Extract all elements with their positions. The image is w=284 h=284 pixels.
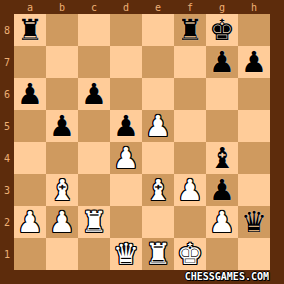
piece-black-pawn[interactable]: ♟	[14, 77, 46, 110]
square-d7[interactable]	[110, 46, 142, 78]
rank-label-2: 2	[0, 206, 14, 238]
square-h2[interactable]: ♛	[238, 206, 270, 238]
piece-white-rook[interactable]: ♜	[78, 205, 110, 238]
piece-black-pawn[interactable]: ♟	[238, 45, 270, 78]
file-labels: abcdefgh	[14, 0, 270, 14]
square-c3[interactable]	[78, 174, 110, 206]
square-g4[interactable]: ♝	[206, 142, 238, 174]
square-a5[interactable]	[14, 110, 46, 142]
piece-white-pawn[interactable]: ♟	[174, 173, 206, 206]
piece-white-queen[interactable]: ♛	[110, 237, 142, 270]
file-label-h: h	[238, 0, 270, 15]
square-c8[interactable]	[78, 14, 110, 46]
square-f1[interactable]: ♚	[174, 238, 206, 270]
piece-white-pawn[interactable]: ♟	[14, 205, 46, 238]
square-b7[interactable]	[46, 46, 78, 78]
rank-label-7: 7	[0, 46, 14, 78]
square-h6[interactable]	[238, 78, 270, 110]
square-d8[interactable]	[110, 14, 142, 46]
piece-white-king[interactable]: ♚	[174, 237, 206, 270]
piece-white-pawn[interactable]: ♟	[46, 205, 78, 238]
square-h5[interactable]	[238, 110, 270, 142]
piece-black-pawn[interactable]: ♟	[110, 109, 142, 142]
square-c1[interactable]	[78, 238, 110, 270]
square-c7[interactable]	[78, 46, 110, 78]
square-b2[interactable]: ♟	[46, 206, 78, 238]
piece-white-rook[interactable]: ♜	[142, 237, 174, 270]
piece-white-bishop[interactable]: ♝	[142, 173, 174, 206]
rank-label-8: 8	[0, 14, 14, 46]
square-d4[interactable]: ♟	[110, 142, 142, 174]
square-a3[interactable]	[14, 174, 46, 206]
square-f7[interactable]	[174, 46, 206, 78]
piece-black-pawn[interactable]: ♟	[78, 77, 110, 110]
square-a2[interactable]: ♟	[14, 206, 46, 238]
square-a7[interactable]	[14, 46, 46, 78]
square-g2[interactable]: ♟	[206, 206, 238, 238]
file-label-c: c	[78, 0, 110, 15]
square-e1[interactable]: ♜	[142, 238, 174, 270]
rank-label-6: 6	[0, 78, 14, 110]
square-f8[interactable]: ♜	[174, 14, 206, 46]
square-c2[interactable]: ♜	[78, 206, 110, 238]
square-g6[interactable]	[206, 78, 238, 110]
chess-board-diagram: abcdefgh 87654321 ♜♜♚♟♟♟♟♟♟♟♟♝♝♝♟♟♟♟♜♟♛♛…	[0, 0, 284, 284]
square-a8[interactable]: ♜	[14, 14, 46, 46]
square-f2[interactable]	[174, 206, 206, 238]
piece-black-rook[interactable]: ♜	[14, 13, 46, 46]
square-f6[interactable]	[174, 78, 206, 110]
square-b3[interactable]: ♝	[46, 174, 78, 206]
rank-label-4: 4	[0, 142, 14, 174]
square-b5[interactable]: ♟	[46, 110, 78, 142]
piece-white-bishop[interactable]: ♝	[46, 173, 78, 206]
square-b8[interactable]	[46, 14, 78, 46]
piece-black-pawn[interactable]: ♟	[206, 173, 238, 206]
square-a4[interactable]	[14, 142, 46, 174]
chess-board: ♜♜♚♟♟♟♟♟♟♟♟♝♝♝♟♟♟♟♜♟♛♛♜♚	[14, 14, 270, 270]
square-d2[interactable]	[110, 206, 142, 238]
square-d1[interactable]: ♛	[110, 238, 142, 270]
piece-white-pawn[interactable]: ♟	[206, 205, 238, 238]
file-label-d: d	[110, 0, 142, 15]
square-d3[interactable]	[110, 174, 142, 206]
square-h3[interactable]	[238, 174, 270, 206]
square-e7[interactable]	[142, 46, 174, 78]
rank-label-5: 5	[0, 110, 14, 142]
square-e5[interactable]: ♟	[142, 110, 174, 142]
square-c5[interactable]	[78, 110, 110, 142]
square-g7[interactable]: ♟	[206, 46, 238, 78]
square-f5[interactable]	[174, 110, 206, 142]
square-e8[interactable]	[142, 14, 174, 46]
square-g5[interactable]	[206, 110, 238, 142]
square-d5[interactable]: ♟	[110, 110, 142, 142]
chessgames-watermark: CHESSGAMES.COM	[185, 270, 269, 284]
square-h4[interactable]	[238, 142, 270, 174]
square-e4[interactable]	[142, 142, 174, 174]
piece-black-pawn[interactable]: ♟	[206, 45, 238, 78]
square-g1[interactable]	[206, 238, 238, 270]
square-e3[interactable]: ♝	[142, 174, 174, 206]
rank-label-3: 3	[0, 174, 14, 206]
piece-black-rook[interactable]: ♜	[174, 13, 206, 46]
piece-black-pawn[interactable]: ♟	[46, 109, 78, 142]
piece-black-king[interactable]: ♚	[206, 13, 238, 46]
square-f4[interactable]	[174, 142, 206, 174]
piece-black-queen[interactable]: ♛	[238, 205, 270, 238]
piece-white-pawn[interactable]: ♟	[142, 109, 174, 142]
piece-black-bishop[interactable]: ♝	[206, 141, 238, 174]
file-label-e: e	[142, 0, 174, 15]
square-h1[interactable]	[238, 238, 270, 270]
square-c6[interactable]: ♟	[78, 78, 110, 110]
rank-label-1: 1	[0, 238, 14, 270]
square-d6[interactable]	[110, 78, 142, 110]
square-c4[interactable]	[78, 142, 110, 174]
square-h7[interactable]: ♟	[238, 46, 270, 78]
square-g3[interactable]: ♟	[206, 174, 238, 206]
square-b6[interactable]	[46, 78, 78, 110]
square-a6[interactable]: ♟	[14, 78, 46, 110]
square-e6[interactable]	[142, 78, 174, 110]
square-g8[interactable]: ♚	[206, 14, 238, 46]
square-h8[interactable]	[238, 14, 270, 46]
piece-white-pawn[interactable]: ♟	[110, 141, 142, 174]
file-label-b: b	[46, 0, 78, 15]
square-e2[interactable]	[142, 206, 174, 238]
square-f3[interactable]: ♟	[174, 174, 206, 206]
square-b1[interactable]	[46, 238, 78, 270]
square-a1[interactable]	[14, 238, 46, 270]
rank-labels: 87654321	[0, 14, 14, 270]
square-b4[interactable]	[46, 142, 78, 174]
